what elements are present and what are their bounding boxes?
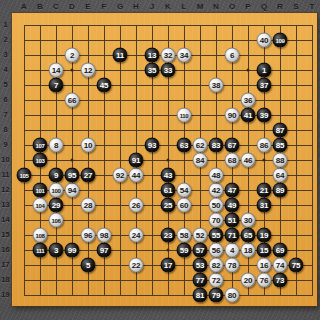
white-stone-110-L7[interactable]: 110 (177, 108, 192, 123)
white-stone-60-L13[interactable]: 60 (177, 198, 192, 213)
black-stone-67-O9[interactable]: 67 (225, 138, 240, 153)
row-label-12: 12 (0, 185, 11, 195)
white-stone-44-H11[interactable]: 44 (129, 168, 144, 183)
white-stone-40-Q2[interactable]: 40 (257, 33, 272, 48)
hoshi-point (247, 69, 250, 72)
column-label-S: S (290, 1, 302, 12)
row-label-14: 14 (0, 215, 11, 225)
row-label-5: 5 (0, 80, 11, 90)
white-stone-66-D6[interactable]: 66 (65, 93, 80, 108)
white-stone-108-B15[interactable]: 108 (33, 228, 48, 243)
black-stone-75-S17[interactable]: 75 (289, 258, 304, 273)
row-label-8: 8 (0, 125, 11, 135)
black-stone-97-F16[interactable]: 97 (97, 243, 112, 258)
row-label-4: 4 (0, 65, 11, 75)
white-stone-104-B13[interactable]: 104 (33, 198, 48, 213)
column-label-A: A (18, 1, 30, 12)
black-stone-87-R8[interactable]: 87 (273, 123, 288, 138)
black-stone-5-E17[interactable]: 5 (81, 258, 96, 273)
white-stone-42-N12[interactable]: 42 (209, 183, 224, 198)
black-stone-59-L16[interactable]: 59 (177, 243, 192, 258)
black-stone-7-C5[interactable]: 7 (49, 78, 64, 93)
white-stone-48-N11[interactable]: 48 (209, 168, 224, 183)
white-stone-86-Q9[interactable]: 86 (257, 138, 272, 153)
black-stone-63-L9[interactable]: 63 (177, 138, 192, 153)
column-label-R: R (274, 1, 286, 12)
black-stone-73-R18[interactable]: 73 (273, 273, 288, 288)
white-stone-82-N17[interactable]: 82 (209, 258, 224, 273)
black-stone-111-B16[interactable]: 111 (33, 243, 48, 258)
black-stone-3-C16[interactable]: 3 (49, 243, 64, 258)
row-label-2: 2 (0, 35, 11, 45)
white-stone-62-M9[interactable]: 62 (193, 138, 208, 153)
row-label-15: 15 (0, 230, 11, 240)
black-stone-25-K13[interactable]: 25 (161, 198, 176, 213)
white-stone-64-R11[interactable]: 64 (273, 168, 288, 183)
white-stone-84-M10[interactable]: 84 (193, 153, 208, 168)
black-stone-105-A11[interactable]: 105 (17, 168, 32, 183)
white-stone-34-L3[interactable]: 34 (177, 48, 192, 63)
column-label-O: O (226, 1, 238, 12)
hoshi-point (71, 69, 74, 72)
white-stone-90-O7[interactable]: 90 (225, 108, 240, 123)
black-stone-27-E11[interactable]: 27 (81, 168, 96, 183)
black-stone-41-P7[interactable]: 41 (241, 108, 256, 123)
black-stone-43-K11[interactable]: 43 (161, 168, 176, 183)
black-stone-79-N19[interactable]: 79 (209, 288, 224, 303)
column-label-N: N (210, 1, 222, 12)
white-stone-14-C4[interactable]: 14 (49, 63, 64, 78)
column-label-Q: Q (258, 1, 270, 12)
black-stone-13-J3[interactable]: 13 (145, 48, 160, 63)
white-stone-46-P10[interactable]: 46 (241, 153, 256, 168)
white-stone-28-E13[interactable]: 28 (81, 198, 96, 213)
column-label-M: M (194, 1, 206, 12)
go-diagram-screen: ABCDEFGHJKLMNOPQRST 12345678910111213141… (0, 0, 320, 320)
hoshi-point (167, 159, 170, 162)
grid-line-horizontal (24, 220, 313, 221)
white-stone-100-C12[interactable]: 100 (49, 183, 64, 198)
white-stone-6-O3[interactable]: 6 (225, 48, 240, 63)
black-stone-53-M17[interactable]: 53 (193, 258, 208, 273)
white-stone-8-C9[interactable]: 8 (49, 138, 64, 153)
column-label-P: P (242, 1, 254, 12)
black-stone-31-Q13[interactable]: 31 (257, 198, 272, 213)
white-stone-16-Q17[interactable]: 16 (257, 258, 272, 273)
black-stone-19-Q15[interactable]: 19 (257, 228, 272, 243)
black-stone-95-D11[interactable]: 95 (65, 168, 80, 183)
row-label-17: 17 (0, 260, 11, 270)
white-stone-32-K3[interactable]: 32 (161, 48, 176, 63)
white-stone-30-P14[interactable]: 30 (241, 213, 256, 228)
goban[interactable]: 1234567891011121314151617181920212223242… (12, 13, 317, 306)
row-label-1: 1 (0, 20, 11, 30)
black-stone-47-O12[interactable]: 47 (225, 183, 240, 198)
black-stone-81-M19[interactable]: 81 (193, 288, 208, 303)
black-stone-29-C13[interactable]: 29 (49, 198, 64, 213)
column-label-K: K (162, 1, 174, 12)
black-stone-21-Q12[interactable]: 21 (257, 183, 272, 198)
white-stone-76-Q18[interactable]: 76 (257, 273, 272, 288)
black-stone-107-B9[interactable]: 107 (33, 138, 48, 153)
column-label-L: L (178, 1, 190, 12)
black-stone-83-N9[interactable]: 83 (209, 138, 224, 153)
grid-line-vertical (312, 25, 313, 296)
black-stone-15-Q16[interactable]: 15 (257, 243, 272, 258)
white-stone-70-N14[interactable]: 70 (209, 213, 224, 228)
white-stone-74-R17[interactable]: 74 (273, 258, 288, 273)
white-stone-92-G11[interactable]: 92 (113, 168, 128, 183)
black-stone-109-R2[interactable]: 109 (273, 33, 288, 48)
hoshi-point (71, 159, 74, 162)
white-stone-2-D3[interactable]: 2 (65, 48, 80, 63)
white-stone-56-N16[interactable]: 56 (209, 243, 224, 258)
white-stone-36-P6[interactable]: 36 (241, 93, 256, 108)
black-stone-77-M18[interactable]: 77 (193, 273, 208, 288)
white-stone-24-H15[interactable]: 24 (129, 228, 144, 243)
white-stone-38-N5[interactable]: 38 (209, 78, 224, 93)
white-stone-96-E15[interactable]: 96 (81, 228, 96, 243)
black-stone-39-Q7[interactable]: 39 (257, 108, 272, 123)
column-label-G: G (114, 1, 126, 12)
column-label-D: D (66, 1, 78, 12)
column-label-T: T (306, 1, 318, 12)
hoshi-point (167, 249, 170, 252)
column-label-J: J (146, 1, 158, 12)
black-stone-61-K12[interactable]: 61 (161, 183, 176, 198)
black-stone-11-G3[interactable]: 11 (113, 48, 128, 63)
column-label-F: F (98, 1, 110, 12)
white-stone-58-L15[interactable]: 58 (177, 228, 192, 243)
white-stone-4-O16[interactable]: 4 (225, 243, 240, 258)
black-stone-71-O15[interactable]: 71 (225, 228, 240, 243)
black-stone-33-K4[interactable]: 33 (161, 63, 176, 78)
hoshi-point (263, 159, 266, 162)
row-label-10: 10 (0, 155, 11, 165)
white-stone-20-P18[interactable]: 20 (241, 273, 256, 288)
black-stone-65-P15[interactable]: 65 (241, 228, 256, 243)
column-label-E: E (82, 1, 94, 12)
black-stone-57-M16[interactable]: 57 (193, 243, 208, 258)
white-stone-98-F15[interactable]: 98 (97, 228, 112, 243)
white-stone-22-H17[interactable]: 22 (129, 258, 144, 273)
white-stone-10-E9[interactable]: 10 (81, 138, 96, 153)
column-label-H: H (130, 1, 142, 12)
row-label-7: 7 (0, 110, 11, 120)
black-stone-93-J9[interactable]: 93 (145, 138, 160, 153)
row-label-19: 19 (0, 290, 11, 300)
white-stone-26-H13[interactable]: 26 (129, 198, 144, 213)
black-stone-69-R16[interactable]: 69 (273, 243, 288, 258)
black-stone-17-K17[interactable]: 17 (161, 258, 176, 273)
black-stone-45-F5[interactable]: 45 (97, 78, 112, 93)
black-stone-55-N15[interactable]: 55 (209, 228, 224, 243)
black-stone-49-O13[interactable]: 49 (225, 198, 240, 213)
black-stone-99-D16[interactable]: 99 (65, 243, 80, 258)
row-label-16: 16 (0, 245, 11, 255)
white-stone-12-E4[interactable]: 12 (81, 63, 96, 78)
white-stone-94-D12[interactable]: 94 (65, 183, 80, 198)
white-stone-72-N18[interactable]: 72 (209, 273, 224, 288)
black-stone-37-Q5[interactable]: 37 (257, 78, 272, 93)
black-stone-101-B12[interactable]: 101 (33, 183, 48, 198)
white-stone-80-O19[interactable]: 80 (225, 288, 240, 303)
white-stone-68-O10[interactable]: 68 (225, 153, 240, 168)
grid-line-vertical (296, 25, 297, 296)
row-label-13: 13 (0, 200, 11, 210)
row-label-9: 9 (0, 140, 11, 150)
column-label-B: B (34, 1, 46, 12)
row-label-11: 11 (0, 170, 11, 180)
black-stone-89-R12[interactable]: 89 (273, 183, 288, 198)
black-stone-91-H10[interactable]: 91 (129, 153, 144, 168)
white-stone-54-L12[interactable]: 54 (177, 183, 192, 198)
black-stone-85-R9[interactable]: 85 (273, 138, 288, 153)
grid-line-horizontal (24, 295, 313, 296)
black-stone-51-O14[interactable]: 51 (225, 213, 240, 228)
white-stone-78-O17[interactable]: 78 (225, 258, 240, 273)
white-stone-50-N13[interactable]: 50 (209, 198, 224, 213)
column-label-C: C (50, 1, 62, 12)
row-label-6: 6 (0, 95, 11, 105)
black-stone-35-J4[interactable]: 35 (145, 63, 160, 78)
black-stone-9-C11[interactable]: 9 (49, 168, 64, 183)
black-stone-1-Q4[interactable]: 1 (257, 63, 272, 78)
black-stone-103-B10[interactable]: 103 (33, 153, 48, 168)
row-label-18: 18 (0, 275, 11, 285)
row-label-3: 3 (0, 50, 11, 60)
white-stone-88-R10[interactable]: 88 (273, 153, 288, 168)
black-stone-23-K15[interactable]: 23 (161, 228, 176, 243)
white-stone-18-P16[interactable]: 18 (241, 243, 256, 258)
white-stone-52-M15[interactable]: 52 (193, 228, 208, 243)
white-stone-106-C14[interactable]: 106 (49, 213, 64, 228)
